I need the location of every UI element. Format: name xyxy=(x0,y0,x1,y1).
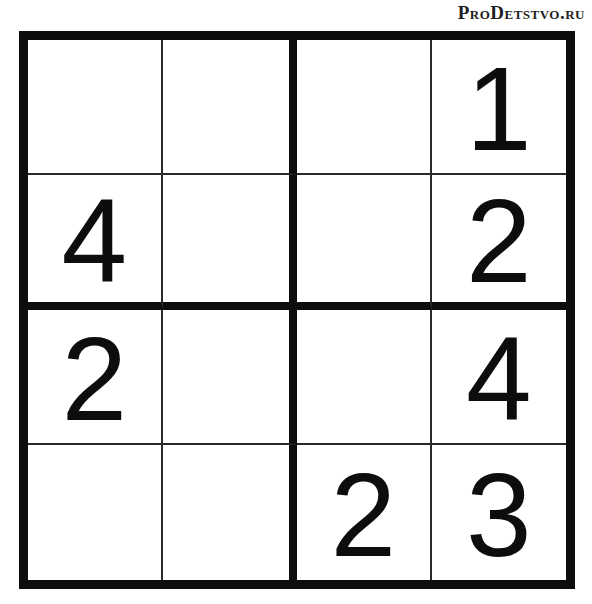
page: ProDetstvo.ru 1 4 2 2 4 2 3 xyxy=(0,0,592,604)
site-watermark: ProDetstvo.ru xyxy=(458,2,585,25)
cell-r3c1[interactable]: 2 xyxy=(28,310,163,445)
cell-r1c1[interactable] xyxy=(28,40,163,175)
cell-r2c4[interactable]: 2 xyxy=(432,175,567,310)
cell-r4c1[interactable] xyxy=(28,445,163,580)
cell-r1c3[interactable] xyxy=(297,40,432,175)
cell-r2c2[interactable] xyxy=(163,175,298,310)
cell-r3c4[interactable]: 4 xyxy=(432,310,567,445)
cell-r3c3[interactable] xyxy=(297,310,432,445)
cell-r4c3[interactable]: 2 xyxy=(297,445,432,580)
cell-r3c2[interactable] xyxy=(163,310,298,445)
cell-r1c4[interactable]: 1 xyxy=(432,40,567,175)
cell-r1c2[interactable] xyxy=(163,40,298,175)
cell-r4c4[interactable]: 3 xyxy=(432,445,567,580)
sudoku-board: 1 4 2 2 4 2 3 xyxy=(19,31,575,589)
cell-r4c2[interactable] xyxy=(163,445,298,580)
cell-r2c1[interactable]: 4 xyxy=(28,175,163,310)
cell-r2c3[interactable] xyxy=(297,175,432,310)
